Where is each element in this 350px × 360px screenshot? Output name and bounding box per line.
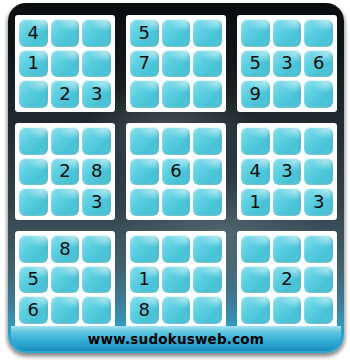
cell-r5c6[interactable] xyxy=(193,158,222,186)
cell-r6c6[interactable] xyxy=(193,188,222,216)
cell-r3c2[interactable]: 2 xyxy=(51,80,80,108)
sudoku-box-2: 57 xyxy=(126,15,226,112)
cell-r9c5[interactable] xyxy=(162,296,191,324)
cell-r3c9[interactable] xyxy=(304,80,333,108)
cell-r4c4[interactable] xyxy=(130,127,159,155)
cell-r6c3[interactable]: 3 xyxy=(82,188,111,216)
cell-r7c3[interactable] xyxy=(82,235,111,263)
cell-r3c4[interactable] xyxy=(130,80,159,108)
cell-r1c9[interactable] xyxy=(304,19,333,47)
footer-bar: www.sudokusweb.com xyxy=(11,326,341,351)
sudoku-box-8: 18 xyxy=(126,231,226,328)
cell-r7c9[interactable] xyxy=(304,235,333,263)
cell-r9c1[interactable]: 6 xyxy=(19,296,48,324)
cell-r6c7[interactable]: 1 xyxy=(241,188,270,216)
cell-r1c1[interactable]: 4 xyxy=(19,19,48,47)
cell-r4c5[interactable] xyxy=(162,127,191,155)
cell-r1c4[interactable]: 5 xyxy=(130,19,159,47)
cell-r8c6[interactable] xyxy=(193,266,222,294)
sudoku-box-4: 283 xyxy=(15,123,115,220)
sudoku-box-5: 6 xyxy=(126,123,226,220)
cell-r7c4[interactable] xyxy=(130,235,159,263)
cell-r2c4[interactable]: 7 xyxy=(130,50,159,78)
sudoku-box-6: 4313 xyxy=(237,123,337,220)
cell-r8c5[interactable] xyxy=(162,266,191,294)
cell-r5c3[interactable]: 8 xyxy=(82,158,111,186)
cell-r6c2[interactable] xyxy=(51,188,80,216)
cell-r9c4[interactable]: 8 xyxy=(130,296,159,324)
cell-r7c8[interactable] xyxy=(273,235,302,263)
sudoku-box-1: 4123 xyxy=(15,15,115,112)
cell-r9c7[interactable] xyxy=(241,296,270,324)
cell-r5c2[interactable]: 2 xyxy=(51,158,80,186)
cell-r2c7[interactable]: 5 xyxy=(241,50,270,78)
cell-r1c7[interactable] xyxy=(241,19,270,47)
cell-r5c1[interactable] xyxy=(19,158,48,186)
cell-r7c6[interactable] xyxy=(193,235,222,263)
cell-r1c3[interactable] xyxy=(82,19,111,47)
sudoku-board: 412357536928364313856182 xyxy=(15,15,337,328)
cell-r2c1[interactable]: 1 xyxy=(19,50,48,78)
cell-r9c9[interactable] xyxy=(304,296,333,324)
cell-r8c9[interactable] xyxy=(304,266,333,294)
cell-r6c1[interactable] xyxy=(19,188,48,216)
cell-r1c8[interactable] xyxy=(273,19,302,47)
cell-r3c8[interactable] xyxy=(273,80,302,108)
board-frame: 412357536928364313856182 www.sudokusweb.… xyxy=(8,3,344,353)
cell-r8c2[interactable] xyxy=(51,266,80,294)
website-url[interactable]: www.sudokusweb.com xyxy=(88,331,264,347)
cell-r2c8[interactable]: 3 xyxy=(273,50,302,78)
cell-r2c6[interactable] xyxy=(193,50,222,78)
cell-r9c2[interactable] xyxy=(51,296,80,324)
cell-r4c3[interactable] xyxy=(82,127,111,155)
cell-r4c9[interactable] xyxy=(304,127,333,155)
cell-r8c1[interactable]: 5 xyxy=(19,266,48,294)
cell-r4c8[interactable] xyxy=(273,127,302,155)
cell-r4c6[interactable] xyxy=(193,127,222,155)
cell-r6c4[interactable] xyxy=(130,188,159,216)
cell-r2c9[interactable]: 6 xyxy=(304,50,333,78)
cell-r7c7[interactable] xyxy=(241,235,270,263)
cell-r3c7[interactable]: 9 xyxy=(241,80,270,108)
cell-r2c5[interactable] xyxy=(162,50,191,78)
cell-r3c6[interactable] xyxy=(193,80,222,108)
cell-r5c9[interactable] xyxy=(304,158,333,186)
cell-r3c5[interactable] xyxy=(162,80,191,108)
cell-r2c2[interactable] xyxy=(51,50,80,78)
cell-r9c6[interactable] xyxy=(193,296,222,324)
cell-r5c4[interactable] xyxy=(130,158,159,186)
sudoku-box-9: 2 xyxy=(237,231,337,328)
cell-r1c6[interactable] xyxy=(193,19,222,47)
cell-r8c4[interactable]: 1 xyxy=(130,266,159,294)
cell-r5c8[interactable]: 3 xyxy=(273,158,302,186)
cell-r3c1[interactable] xyxy=(19,80,48,108)
sudoku-box-7: 856 xyxy=(15,231,115,328)
cell-r1c2[interactable] xyxy=(51,19,80,47)
cell-r4c1[interactable] xyxy=(19,127,48,155)
cell-r5c7[interactable]: 4 xyxy=(241,158,270,186)
cell-r4c7[interactable] xyxy=(241,127,270,155)
cell-r3c3[interactable]: 3 xyxy=(82,80,111,108)
cell-r1c5[interactable] xyxy=(162,19,191,47)
cell-r6c5[interactable] xyxy=(162,188,191,216)
cell-r6c9[interactable]: 3 xyxy=(304,188,333,216)
cell-r2c3[interactable] xyxy=(82,50,111,78)
cell-r6c8[interactable] xyxy=(273,188,302,216)
cell-r4c2[interactable] xyxy=(51,127,80,155)
cell-r7c1[interactable] xyxy=(19,235,48,263)
cell-r7c5[interactable] xyxy=(162,235,191,263)
cell-r7c2[interactable]: 8 xyxy=(51,235,80,263)
sudoku-box-3: 5369 xyxy=(237,15,337,112)
cell-r8c8[interactable]: 2 xyxy=(273,266,302,294)
cell-r9c3[interactable] xyxy=(82,296,111,324)
cell-r5c5[interactable]: 6 xyxy=(162,158,191,186)
sudoku-page: 412357536928364313856182 www.sudokusweb.… xyxy=(0,0,350,360)
cell-r8c3[interactable] xyxy=(82,266,111,294)
cell-r8c7[interactable] xyxy=(241,266,270,294)
cell-r9c8[interactable] xyxy=(273,296,302,324)
